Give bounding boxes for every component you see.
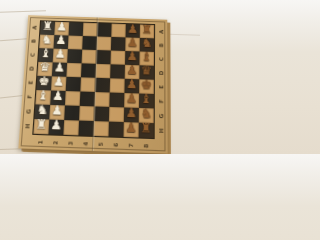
square-g4[interactable]	[79, 106, 94, 121]
label-right-d: D	[154, 67, 167, 79]
label-left-g: G	[21, 105, 35, 118]
square-c5[interactable]	[96, 50, 111, 64]
chess-board-scene: ♜♟♟♜♞♟♟♞♝♟♟♝♛♟♟♛♚♟♟♚♝♟♟♝♞♟♟♞♜♟♟♜ ABCDEFG…	[18, 15, 167, 153]
square-a4[interactable]	[83, 23, 98, 37]
label-bottom-8: 8	[140, 139, 153, 153]
square-b3[interactable]	[68, 36, 83, 50]
square-c3[interactable]	[67, 49, 82, 63]
square-h4[interactable]	[78, 121, 94, 136]
square-h3[interactable]	[63, 120, 79, 135]
file-labels-right: ABCDEFGH	[154, 25, 168, 139]
white-rook-h1: ♜	[33, 115, 49, 135]
square-b6[interactable]	[111, 37, 126, 51]
square-d3[interactable]	[66, 63, 81, 77]
square-f6[interactable]	[109, 92, 124, 107]
square-a5[interactable]	[97, 23, 112, 37]
square-h2[interactable]: ♟	[48, 120, 64, 135]
label-left-a: A	[27, 22, 41, 34]
square-d5[interactable]	[96, 64, 111, 78]
label-right-g: G	[154, 110, 167, 123]
label-right-b: B	[154, 39, 167, 51]
label-bottom-2: 2	[49, 136, 62, 150]
board-frame: ♜♟♟♜♞♟♟♞♝♟♟♝♛♟♟♛♚♟♟♚♝♟♟♝♞♟♟♞♜♟♟♜ ABCDEFG…	[18, 15, 167, 153]
label-left-h: H	[20, 120, 34, 133]
label-bottom-4: 4	[79, 137, 92, 151]
square-d4[interactable]	[81, 63, 96, 77]
black-pawn-h7: ♟	[124, 118, 139, 138]
square-g3[interactable]	[64, 105, 80, 120]
square-h8[interactable]: ♜	[139, 123, 154, 138]
label-bottom-3: 3	[64, 136, 77, 150]
label-right-f: F	[154, 95, 167, 108]
square-f4[interactable]	[80, 91, 95, 106]
square-g6[interactable]	[109, 107, 124, 122]
label-right-c: C	[154, 53, 167, 65]
square-e3[interactable]	[66, 77, 81, 92]
label-bottom-5: 5	[94, 137, 107, 151]
label-left-b: B	[26, 35, 40, 47]
label-left-d: D	[24, 63, 38, 75]
label-left-f: F	[22, 91, 36, 103]
square-g5[interactable]	[94, 106, 109, 121]
square-c4[interactable]	[82, 50, 97, 64]
square-e4[interactable]	[80, 77, 95, 92]
square-f5[interactable]	[95, 92, 110, 107]
square-h5[interactable]	[93, 121, 108, 136]
white-pawn-h2: ♟	[48, 115, 64, 135]
square-a6[interactable]	[111, 24, 126, 38]
label-right-e: E	[154, 81, 167, 93]
label-right-h: H	[154, 124, 168, 137]
label-bottom-1: 1	[34, 135, 47, 149]
chess-board: ♜♟♟♜♞♟♟♞♝♟♟♝♛♟♟♛♚♟♟♚♝♟♟♝♞♟♟♞♜♟♟♜	[33, 21, 154, 138]
square-h1[interactable]: ♜	[33, 119, 49, 134]
black-rook-h8: ♜	[139, 118, 154, 138]
floorboard-line	[0, 10, 46, 13]
square-a3[interactable]	[69, 22, 84, 36]
square-h6[interactable]	[108, 122, 123, 137]
label-bottom-6: 6	[109, 138, 122, 152]
label-left-e: E	[23, 77, 37, 89]
square-h7[interactable]: ♟	[124, 122, 139, 137]
square-b5[interactable]	[97, 36, 112, 50]
square-e6[interactable]	[110, 78, 125, 93]
square-b4[interactable]	[82, 36, 97, 50]
square-c6[interactable]	[110, 51, 125, 65]
label-right-a: A	[154, 26, 167, 38]
label-bottom-7: 7	[124, 138, 137, 152]
square-d6[interactable]	[110, 64, 125, 78]
square-e5[interactable]	[95, 78, 110, 93]
label-left-c: C	[25, 49, 39, 61]
square-f3[interactable]	[65, 91, 80, 106]
